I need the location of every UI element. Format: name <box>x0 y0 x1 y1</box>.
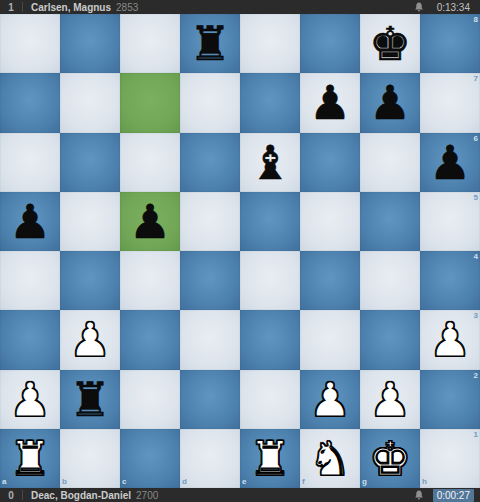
chess-board: ♜♚8♟♟7♝6♟♟♟54♟3♟♟♜♟♟2a♜bcde♜f♞g♚1h <box>0 14 480 488</box>
rank-label-6: 6 <box>474 135 478 143</box>
square-b7[interactable] <box>60 73 120 132</box>
white-pawn[interactable]: ♟ <box>429 310 471 369</box>
top-player-name: Carlsen, Magnus <box>31 2 111 13</box>
square-d6[interactable] <box>180 133 240 192</box>
square-d8[interactable]: ♜ <box>180 14 240 73</box>
square-g3[interactable] <box>360 310 420 369</box>
square-f3[interactable] <box>300 310 360 369</box>
square-f4[interactable] <box>300 251 360 310</box>
file-label-b: b <box>62 478 67 486</box>
square-h1[interactable]: 1h <box>420 429 480 488</box>
square-b3[interactable]: ♟ <box>60 310 120 369</box>
white-rook[interactable]: ♜ <box>249 429 291 488</box>
square-d7[interactable] <box>180 73 240 132</box>
bar-divider <box>22 2 23 12</box>
rank-label-2: 2 <box>474 372 478 380</box>
square-e2[interactable] <box>240 370 300 429</box>
bottom-player-name: Deac, Bogdan-Daniel <box>31 490 131 501</box>
square-c7[interactable] <box>120 73 180 132</box>
file-label-e: e <box>242 478 246 486</box>
rank-label-3: 3 <box>474 312 478 320</box>
square-c4[interactable] <box>120 251 180 310</box>
square-c8[interactable] <box>120 14 180 73</box>
square-h2[interactable]: 2 <box>420 370 480 429</box>
square-g7[interactable]: ♟ <box>360 73 420 132</box>
square-d4[interactable] <box>180 251 240 310</box>
square-h5[interactable]: 5 <box>420 192 480 251</box>
black-pawn[interactable]: ♟ <box>369 73 411 132</box>
square-f2[interactable]: ♟ <box>300 370 360 429</box>
black-pawn[interactable]: ♟ <box>429 133 471 192</box>
square-e7[interactable] <box>240 73 300 132</box>
top-player-score: 1 <box>0 2 22 13</box>
black-king[interactable]: ♚ <box>369 14 411 73</box>
file-label-g: g <box>362 478 367 486</box>
square-b2[interactable]: ♜ <box>60 370 120 429</box>
white-pawn[interactable]: ♟ <box>369 370 411 429</box>
square-c6[interactable] <box>120 133 180 192</box>
square-a6[interactable] <box>0 133 60 192</box>
square-h6[interactable]: 6♟ <box>420 133 480 192</box>
square-h4[interactable]: 4 <box>420 251 480 310</box>
square-e4[interactable] <box>240 251 300 310</box>
square-e3[interactable] <box>240 310 300 369</box>
black-pawn[interactable]: ♟ <box>309 73 351 132</box>
file-label-d: d <box>182 478 187 486</box>
white-pawn[interactable]: ♟ <box>9 370 51 429</box>
square-d2[interactable] <box>180 370 240 429</box>
square-a1[interactable]: a♜ <box>0 429 60 488</box>
square-e6[interactable]: ♝ <box>240 133 300 192</box>
square-g6[interactable] <box>360 133 420 192</box>
square-c2[interactable] <box>120 370 180 429</box>
white-pawn[interactable]: ♟ <box>309 370 351 429</box>
rank-label-4: 4 <box>474 253 478 261</box>
square-d3[interactable] <box>180 310 240 369</box>
square-g4[interactable] <box>360 251 420 310</box>
square-f5[interactable] <box>300 192 360 251</box>
square-e1[interactable]: e♜ <box>240 429 300 488</box>
square-h7[interactable]: 7 <box>420 73 480 132</box>
square-a8[interactable] <box>0 14 60 73</box>
square-b6[interactable] <box>60 133 120 192</box>
square-f8[interactable] <box>300 14 360 73</box>
square-d5[interactable] <box>180 192 240 251</box>
square-g8[interactable]: ♚ <box>360 14 420 73</box>
square-e5[interactable] <box>240 192 300 251</box>
square-a5[interactable]: ♟ <box>0 192 60 251</box>
bottom-player-bar: 0 Deac, Bogdan-Daniel 2700 0:00:27 <box>0 488 480 502</box>
bottom-player-rating: 2700 <box>136 490 158 501</box>
square-a3[interactable] <box>0 310 60 369</box>
top-player-bar: 1 Carlsen, Magnus 2853 0:13:34 <box>0 0 480 14</box>
black-rook[interactable]: ♜ <box>189 14 231 73</box>
square-a7[interactable] <box>0 73 60 132</box>
bell-icon[interactable] <box>414 490 424 501</box>
square-g5[interactable] <box>360 192 420 251</box>
square-c1[interactable]: c <box>120 429 180 488</box>
square-b4[interactable] <box>60 251 120 310</box>
top-player-rating: 2853 <box>116 2 138 13</box>
square-b8[interactable] <box>60 14 120 73</box>
rank-label-8: 8 <box>474 16 478 24</box>
square-f7[interactable]: ♟ <box>300 73 360 132</box>
file-label-c: c <box>122 478 126 486</box>
black-bishop[interactable]: ♝ <box>249 133 291 192</box>
square-b1[interactable]: b <box>60 429 120 488</box>
black-rook[interactable]: ♜ <box>69 370 111 429</box>
white-rook[interactable]: ♜ <box>9 429 51 488</box>
square-h3[interactable]: 3♟ <box>420 310 480 369</box>
white-pawn[interactable]: ♟ <box>69 310 111 369</box>
rank-label-7: 7 <box>474 75 478 83</box>
rank-label-1: 1 <box>474 431 478 439</box>
white-knight[interactable]: ♞ <box>309 429 351 488</box>
square-c3[interactable] <box>120 310 180 369</box>
square-d1[interactable]: d <box>180 429 240 488</box>
square-f1[interactable]: f♞ <box>300 429 360 488</box>
rank-label-5: 5 <box>474 194 478 202</box>
square-b5[interactable] <box>60 192 120 251</box>
file-label-h: h <box>422 478 427 486</box>
square-a4[interactable] <box>0 251 60 310</box>
square-h8[interactable]: 8 <box>420 14 480 73</box>
bell-icon[interactable] <box>414 2 424 13</box>
square-c5[interactable]: ♟ <box>120 192 180 251</box>
square-e8[interactable] <box>240 14 300 73</box>
bar-divider <box>22 490 23 500</box>
white-king[interactable]: ♚ <box>369 429 411 488</box>
square-g1[interactable]: g♚ <box>360 429 420 488</box>
bottom-player-clock: 0:00:27 <box>433 489 474 502</box>
square-a2[interactable]: ♟ <box>0 370 60 429</box>
black-pawn[interactable]: ♟ <box>9 192 51 251</box>
square-f6[interactable] <box>300 133 360 192</box>
file-label-f: f <box>302 478 305 486</box>
top-player-clock: 0:13:34 <box>433 1 474 14</box>
square-g2[interactable]: ♟ <box>360 370 420 429</box>
bottom-player-score: 0 <box>0 490 22 501</box>
black-pawn[interactable]: ♟ <box>129 192 171 251</box>
file-label-a: a <box>2 478 6 486</box>
